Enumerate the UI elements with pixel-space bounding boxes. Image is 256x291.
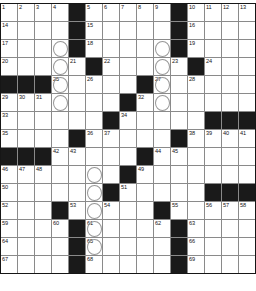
black-square [69,238,85,255]
circle-marker [87,185,102,201]
grid-cell[interactable]: 25 [52,76,68,93]
grid-cell[interactable] [86,112,102,129]
grid-cell[interactable] [35,58,51,75]
grid-cell[interactable] [137,202,153,219]
grid-cell[interactable] [137,22,153,39]
grid-cell[interactable] [188,112,204,129]
grid-cell[interactable] [18,220,34,237]
grid-cell[interactable] [69,76,85,93]
clue-number: 61 [87,220,93,227]
clue-number: 7 [121,4,124,11]
grid-cell[interactable] [222,22,238,39]
grid-cell[interactable] [171,112,187,129]
black-square [171,4,187,21]
grid-cell[interactable] [154,94,170,111]
grid-cell[interactable]: 35 [1,130,17,147]
grid-cell[interactable]: 11 [205,4,221,21]
black-square [69,40,85,57]
grid-cell[interactable] [103,76,119,93]
grid-cell[interactable]: 38 [188,130,204,147]
grid-cell[interactable]: 8 [137,4,153,21]
grid-cell[interactable]: 68 [86,256,102,273]
black-square [137,148,153,165]
grid-cell[interactable] [222,94,238,111]
clue-number: 46 [2,166,8,173]
grid-cell[interactable]: 40 [222,130,238,147]
clue-number: 27 [155,76,161,83]
clue-number: 8 [138,4,141,11]
grid-cell[interactable]: 28 [188,76,204,93]
black-square [35,76,51,93]
clue-number: 59 [2,220,8,227]
circle-marker [155,95,170,111]
grid-cell[interactable] [205,22,221,39]
black-square [18,148,34,165]
grid-cell[interactable] [86,202,102,219]
clue-number: 15 [87,22,93,29]
grid-cell[interactable] [120,58,136,75]
grid-cell[interactable]: 20 [1,58,17,75]
grid-cell[interactable] [154,256,170,273]
grid-cell[interactable]: 29 [1,94,17,111]
circle-marker [53,41,68,57]
black-square [52,202,68,219]
grid-cell[interactable] [171,76,187,93]
grid-cell[interactable]: 52 [1,202,17,219]
clue-number: 34 [121,112,127,119]
grid-cell[interactable] [222,220,238,237]
grid-cell[interactable] [18,238,34,255]
clue-number: 36 [87,130,93,137]
circle-marker [155,59,170,75]
grid-cell[interactable]: 45 [171,148,187,165]
grid-cell[interactable] [239,238,255,255]
grid-cell[interactable] [120,130,136,147]
grid-cell[interactable] [222,238,238,255]
clue-number: 20 [2,58,8,65]
black-square [1,76,17,93]
grid-cell[interactable] [86,184,102,201]
grid-cell[interactable] [69,184,85,201]
clue-number: 55 [172,202,178,209]
clue-number: 54 [104,202,110,209]
grid-cell[interactable] [239,148,255,165]
grid-cell[interactable] [239,220,255,237]
black-square [69,220,85,237]
clue-number: 49 [138,166,144,173]
grid-cell[interactable] [205,76,221,93]
grid-cell[interactable] [18,112,34,129]
clue-number: 52 [2,202,8,209]
clue-number: 13 [240,4,246,11]
grid-cell[interactable] [239,166,255,183]
grid-cell[interactable]: 47 [18,166,34,183]
clue-number: 65 [87,238,93,245]
clue-number: 69 [189,256,195,263]
clue-number: 2 [19,4,22,11]
grid-cell[interactable]: 23 [171,58,187,75]
grid-cell[interactable] [137,220,153,237]
grid-cell[interactable]: 44 [154,148,170,165]
grid-cell[interactable] [86,148,102,165]
grid-cell[interactable]: 49 [137,166,153,183]
grid-cell[interactable] [222,76,238,93]
grid-cell[interactable] [239,58,255,75]
grid-cell[interactable] [86,94,102,111]
grid-cell[interactable] [205,238,221,255]
grid-cell[interactable]: 16 [188,22,204,39]
grid-cell[interactable]: 15 [86,22,102,39]
grid-cell[interactable]: 12 [222,4,238,21]
circle-marker [87,203,102,219]
clue-number: 12 [223,4,229,11]
grid-cell[interactable] [18,256,34,273]
clue-number: 60 [53,220,59,227]
grid-cell[interactable] [103,220,119,237]
grid-cell[interactable] [35,220,51,237]
grid-cell[interactable]: 22 [103,58,119,75]
clue-number: 19 [189,40,195,47]
grid-cell[interactable] [35,22,51,39]
grid-cell[interactable]: 30 [18,94,34,111]
grid-cell[interactable]: 32 [137,94,153,111]
grid-cell[interactable]: 46 [1,166,17,183]
grid-cell[interactable] [137,238,153,255]
clue-number: 42 [53,148,59,155]
grid-cell[interactable]: 1 [1,4,17,21]
grid-cell[interactable] [222,256,238,273]
grid-cell[interactable] [188,166,204,183]
grid-cell[interactable] [239,256,255,273]
clue-number: 63 [189,220,195,227]
grid-cell[interactable] [205,256,221,273]
grid-cell[interactable]: 62 [154,220,170,237]
grid-cell[interactable] [35,112,51,129]
circle-marker [53,59,68,75]
clue-number: 68 [87,256,93,263]
grid-cell[interactable] [52,22,68,39]
grid-cell[interactable] [137,58,153,75]
grid-cell[interactable]: 31 [35,94,51,111]
grid-cell[interactable] [52,94,68,111]
grid-cell[interactable] [239,40,255,57]
clue-number: 66 [189,238,195,245]
grid-cell[interactable] [103,238,119,255]
clue-number: 9 [155,4,158,11]
grid-cell[interactable]: 51 [120,184,136,201]
black-square [137,76,153,93]
grid-cell[interactable]: 56 [205,202,221,219]
grid-cell[interactable]: 4 [52,4,68,21]
grid-cell[interactable] [35,202,51,219]
clue-number: 38 [189,130,195,137]
clue-number: 37 [104,130,110,137]
clue-number: 58 [240,202,246,209]
grid-cell[interactable] [188,184,204,201]
grid-cell[interactable] [222,58,238,75]
clue-number: 16 [189,22,195,29]
grid-cell[interactable]: 10 [188,4,204,21]
black-square [222,184,238,201]
black-square [69,256,85,273]
clue-number: 32 [138,94,144,101]
grid-cell[interactable]: 6 [103,4,119,21]
grid-cell[interactable] [52,184,68,201]
grid-cell[interactable]: 27 [154,76,170,93]
grid-cell[interactable] [137,130,153,147]
clue-number: 23 [172,58,178,65]
grid-cell[interactable] [18,40,34,57]
black-square [239,112,255,129]
black-square [222,112,238,129]
black-square [86,58,102,75]
grid-cell[interactable] [205,220,221,237]
clue-number: 24 [206,58,212,65]
grid-cell[interactable] [52,130,68,147]
grid-cell[interactable] [154,130,170,147]
grid-cell[interactable]: 37 [103,130,119,147]
clue-number: 67 [2,256,8,263]
clue-number: 10 [189,4,195,11]
clue-number: 48 [36,166,42,173]
grid-cell[interactable] [154,238,170,255]
black-square [171,220,187,237]
grid-cell[interactable] [154,22,170,39]
clue-number: 5 [87,4,90,11]
grid-cell[interactable] [120,148,136,165]
grid-cell[interactable] [35,238,51,255]
grid-cell[interactable] [18,130,34,147]
grid-cell[interactable] [205,94,221,111]
grid-cell[interactable] [239,94,255,111]
black-square [18,76,34,93]
black-square [171,22,187,39]
grid-cell[interactable] [120,238,136,255]
grid-cell[interactable]: 36 [86,130,102,147]
grid-cell[interactable] [188,202,204,219]
grid-cell[interactable]: 66 [188,238,204,255]
grid-cell[interactable] [222,148,238,165]
black-square [103,184,119,201]
grid-cell[interactable]: 50 [1,184,17,201]
clue-number: 33 [2,112,8,119]
clue-number: 28 [189,76,195,83]
grid-cell[interactable] [69,94,85,111]
grid-cell[interactable] [137,184,153,201]
black-square [69,130,85,147]
grid-cell[interactable] [103,256,119,273]
clue-number: 1 [2,4,5,11]
clue-number: 26 [87,76,93,83]
black-square [35,148,51,165]
grid-cell[interactable] [205,148,221,165]
grid-cell[interactable] [205,40,221,57]
grid-cell[interactable] [52,40,68,57]
grid-cell[interactable]: 24 [205,58,221,75]
grid-cell[interactable] [86,166,102,183]
grid-cell[interactable]: 48 [35,166,51,183]
grid-cell[interactable] [120,40,136,57]
circle-marker [155,41,170,57]
grid-cell[interactable]: 18 [86,40,102,57]
grid-cell[interactable]: 34 [120,112,136,129]
clue-number: 45 [172,148,178,155]
clue-number: 57 [223,202,229,209]
grid-cell[interactable] [103,148,119,165]
grid-cell[interactable] [154,184,170,201]
crossword-page: 1234567891011121314151617181920212223242… [0,0,256,291]
grid-cell[interactable]: 17 [1,40,17,57]
grid-cell[interactable]: 53 [69,202,85,219]
grid-cell[interactable]: 41 [239,130,255,147]
circle-marker [53,95,68,111]
black-square [171,40,187,57]
grid-cell[interactable] [120,202,136,219]
grid-cell[interactable]: 54 [103,202,119,219]
grid-cell[interactable]: 63 [188,220,204,237]
grid-cell[interactable] [18,58,34,75]
grid-cell[interactable]: 42 [52,148,68,165]
grid-cell[interactable]: 65 [86,238,102,255]
grid-cell[interactable]: 5 [86,4,102,21]
black-square [205,112,221,129]
clue-number: 39 [206,130,212,137]
grid-cell[interactable]: 59 [1,220,17,237]
clue-number: 31 [36,94,42,101]
grid-cell[interactable]: 9 [154,4,170,21]
clue-number: 11 [206,4,211,11]
clue-number: 30 [19,94,25,101]
grid-cell[interactable] [171,166,187,183]
grid-cell[interactable] [69,166,85,183]
grid-cell[interactable]: 58 [239,202,255,219]
grid-cell[interactable] [137,40,153,57]
grid-cell[interactable] [103,94,119,111]
crossword-board: 1234567891011121314151617181920212223242… [0,3,256,274]
clue-number: 29 [2,94,8,101]
grid-cell[interactable]: 3 [35,4,51,21]
grid-cell[interactable] [188,94,204,111]
clue-number: 21 [70,58,76,65]
clue-number: 18 [87,40,93,47]
grid-cell[interactable] [18,184,34,201]
clue-number: 6 [104,4,107,11]
black-square [171,238,187,255]
clue-number: 4 [53,4,56,11]
grid-cell[interactable] [35,40,51,57]
grid-cell[interactable]: 60 [52,220,68,237]
grid-cell[interactable]: 2 [18,4,34,21]
grid-cell[interactable] [18,22,34,39]
clue-number: 50 [2,184,8,191]
grid-cell[interactable] [137,256,153,273]
grid-cell[interactable] [154,166,170,183]
clue-number: 62 [155,220,161,227]
grid-cell[interactable] [120,256,136,273]
grid-cell[interactable]: 43 [69,148,85,165]
grid-cell[interactable] [120,220,136,237]
grid-cell[interactable] [171,184,187,201]
black-square [120,166,136,183]
black-square [188,58,204,75]
grid-cell[interactable]: 61 [86,220,102,237]
circle-marker [87,167,102,183]
clue-number: 53 [70,202,76,209]
black-square [239,184,255,201]
clue-number: 64 [2,238,8,245]
black-square [205,184,221,201]
clue-number: 56 [206,202,212,209]
clue-number: 25 [53,76,59,83]
grid-cell[interactable]: 55 [171,202,187,219]
grid-cell[interactable]: 69 [188,256,204,273]
black-square [103,112,119,129]
grid-cell[interactable] [137,112,153,129]
grid-cell[interactable] [35,256,51,273]
grid-cell[interactable] [52,58,68,75]
grid-cell[interactable]: 13 [239,4,255,21]
grid-cell[interactable] [239,76,255,93]
grid-cell[interactable]: 26 [86,76,102,93]
grid-cell[interactable]: 33 [1,112,17,129]
grid-cell[interactable]: 39 [205,130,221,147]
grid-cell[interactable] [188,148,204,165]
black-square [171,256,187,273]
clue-number: 40 [223,130,229,137]
grid-cell[interactable]: 14 [1,22,17,39]
grid-cell[interactable] [103,40,119,57]
grid-cell[interactable] [18,202,34,219]
grid-cell[interactable] [205,166,221,183]
clue-number: 41 [240,130,246,137]
grid-cell[interactable] [120,22,136,39]
grid-cell[interactable] [222,40,238,57]
clue-number: 14 [2,22,8,29]
clue-number: 51 [121,184,127,191]
black-square [120,94,136,111]
grid-cell[interactable] [52,256,68,273]
grid-cell[interactable]: 64 [1,238,17,255]
grid-cell[interactable] [154,40,170,57]
black-square [154,202,170,219]
grid-cell[interactable] [171,94,187,111]
grid-cell[interactable]: 19 [188,40,204,57]
clue-number: 43 [70,148,76,155]
clue-number: 3 [36,4,39,11]
grid-cell[interactable] [154,112,170,129]
grid-cell[interactable] [239,22,255,39]
grid-cell[interactable] [222,166,238,183]
grid-cell[interactable] [52,238,68,255]
grid-cell[interactable]: 57 [222,202,238,219]
grid-cell[interactable] [120,76,136,93]
grid-cell[interactable] [35,130,51,147]
grid-cell[interactable] [35,184,51,201]
black-square [69,22,85,39]
grid-cell[interactable] [103,166,119,183]
clue-number: 47 [19,166,25,173]
grid-cell[interactable]: 67 [1,256,17,273]
grid-cell[interactable] [52,166,68,183]
grid-cell[interactable] [69,112,85,129]
grid-cell[interactable] [154,58,170,75]
grid-cell[interactable] [103,22,119,39]
grid-cell[interactable] [52,112,68,129]
clue-number: 44 [155,148,161,155]
grid-cell[interactable]: 21 [69,58,85,75]
grid-cell[interactable]: 7 [120,4,136,21]
black-square [1,148,17,165]
